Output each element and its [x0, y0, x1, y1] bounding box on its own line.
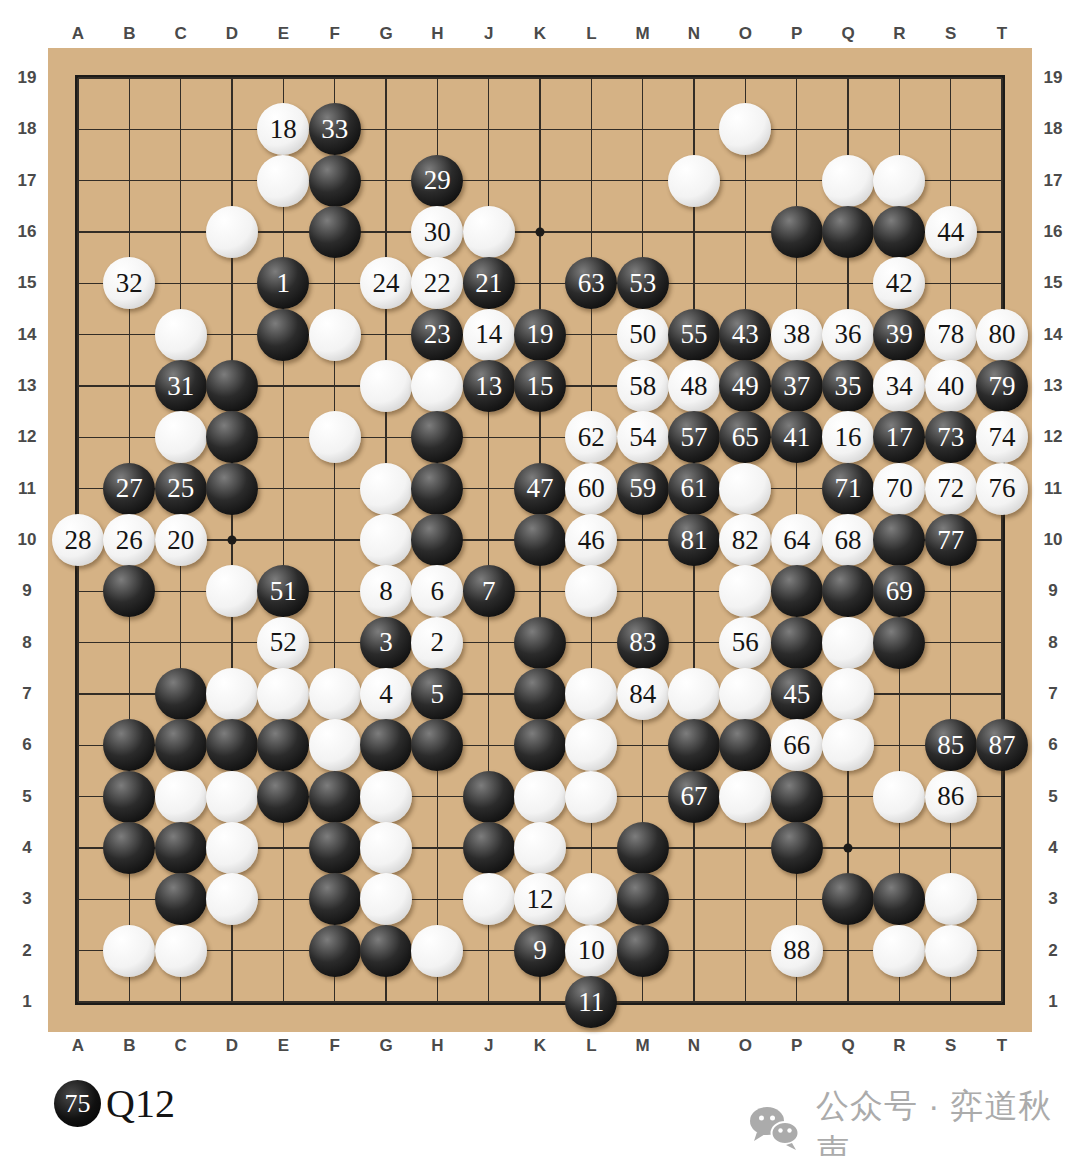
col-label-top-P: P — [791, 24, 802, 44]
stone-number: 32 — [116, 270, 143, 297]
stone-D13 — [206, 360, 258, 412]
kifu-page: 1833293044321242221635342231419505543383… — [0, 0, 1080, 1156]
stone-T6: 87 — [976, 719, 1028, 771]
stone-number: 80 — [989, 321, 1016, 348]
stone-E18: 18 — [257, 103, 309, 155]
stone-B5 — [103, 771, 155, 823]
stone-S16: 44 — [925, 206, 977, 258]
col-label-top-S: S — [945, 24, 956, 44]
row-label-right-10: 10 — [1044, 530, 1063, 550]
stone-Q7 — [822, 668, 874, 720]
stone-P8 — [771, 617, 823, 669]
publisher-watermark: 公众号 · 弈道秋声 — [746, 1084, 1080, 1156]
stone-F16 — [309, 206, 361, 258]
stone-J5 — [463, 771, 515, 823]
stone-O7 — [719, 668, 771, 720]
stone-P14: 38 — [771, 309, 823, 361]
stone-number: 23 — [424, 321, 451, 348]
stone-L1: 11 — [565, 976, 617, 1028]
stone-number: 63 — [578, 270, 605, 297]
stone-E6 — [257, 719, 309, 771]
stone-H14: 23 — [411, 309, 463, 361]
stone-number: 9 — [533, 937, 547, 964]
stone-B15: 32 — [103, 257, 155, 309]
stone-M7: 84 — [617, 668, 669, 720]
row-label-right-14: 14 — [1044, 325, 1063, 345]
row-label-left-9: 9 — [22, 581, 31, 601]
stone-C12 — [155, 411, 207, 463]
row-label-right-18: 18 — [1044, 119, 1063, 139]
row-label-right-17: 17 — [1044, 171, 1063, 191]
col-label-top-K: K — [534, 24, 546, 44]
stone-B10: 26 — [103, 514, 155, 566]
stone-O10: 82 — [719, 514, 771, 566]
col-label-bottom-Q: Q — [841, 1036, 854, 1056]
stone-Q3 — [822, 873, 874, 925]
stone-number: 33 — [321, 116, 348, 143]
stone-Q17 — [822, 155, 874, 207]
stone-F6 — [309, 719, 361, 771]
col-label-top-B: B — [123, 24, 135, 44]
stone-E9: 51 — [257, 565, 309, 617]
stone-D4 — [206, 822, 258, 874]
stone-T11: 76 — [976, 463, 1028, 515]
stone-C2 — [155, 925, 207, 977]
stone-S10: 77 — [925, 514, 977, 566]
stone-G10 — [360, 514, 412, 566]
stone-D9 — [206, 565, 258, 617]
stone-number: 6 — [431, 578, 445, 605]
col-label-bottom-L: L — [586, 1036, 596, 1056]
stone-number: 54 — [629, 424, 656, 451]
col-label-top-L: L — [586, 24, 596, 44]
stone-O13: 49 — [719, 360, 771, 412]
row-label-right-13: 13 — [1044, 376, 1063, 396]
row-label-left-8: 8 — [22, 633, 31, 653]
row-label-right-2: 2 — [1048, 941, 1057, 961]
stone-F18: 33 — [309, 103, 361, 155]
stone-number: 68 — [835, 527, 862, 554]
stone-L3 — [565, 873, 617, 925]
stone-number: 29 — [424, 167, 451, 194]
stone-P16 — [771, 206, 823, 258]
stone-K14: 19 — [514, 309, 566, 361]
stone-S13: 40 — [925, 360, 977, 412]
stone-E14 — [257, 309, 309, 361]
stone-F17 — [309, 155, 361, 207]
stone-S11: 72 — [925, 463, 977, 515]
stone-R14: 39 — [873, 309, 925, 361]
stone-R3 — [873, 873, 925, 925]
stone-Q14: 36 — [822, 309, 874, 361]
stone-F3 — [309, 873, 361, 925]
row-label-right-7: 7 — [1048, 684, 1057, 704]
stone-K7 — [514, 668, 566, 720]
col-label-bottom-E: E — [278, 1036, 289, 1056]
stone-R9: 69 — [873, 565, 925, 617]
stone-N14: 55 — [668, 309, 720, 361]
stone-D11 — [206, 463, 258, 515]
stone-G13 — [360, 360, 412, 412]
stone-O8: 56 — [719, 617, 771, 669]
stone-C4 — [155, 822, 207, 874]
stone-number: 12 — [527, 886, 554, 913]
star-point — [228, 536, 237, 545]
grid-line-horizontal — [78, 1001, 1002, 1003]
col-label-bottom-P: P — [791, 1036, 802, 1056]
col-label-top-T: T — [997, 24, 1007, 44]
stone-number: 66 — [783, 732, 810, 759]
col-label-top-C: C — [175, 24, 187, 44]
stone-Q11: 71 — [822, 463, 874, 515]
stone-D6 — [206, 719, 258, 771]
row-label-left-3: 3 — [22, 889, 31, 909]
col-label-bottom-T: T — [997, 1036, 1007, 1056]
stone-number: 7 — [482, 578, 496, 605]
stone-S3 — [925, 873, 977, 925]
stone-number: 28 — [65, 527, 92, 554]
row-label-left-4: 4 — [22, 838, 31, 858]
col-label-bottom-B: B — [123, 1036, 135, 1056]
stone-number: 26 — [116, 527, 143, 554]
stone-number: 59 — [629, 475, 656, 502]
stone-M12: 54 — [617, 411, 669, 463]
stone-R11: 70 — [873, 463, 925, 515]
stone-J4 — [463, 822, 515, 874]
stone-H10 — [411, 514, 463, 566]
stone-H9: 6 — [411, 565, 463, 617]
stone-M3 — [617, 873, 669, 925]
stone-F4 — [309, 822, 361, 874]
stone-L9 — [565, 565, 617, 617]
stone-number: 64 — [783, 527, 810, 554]
stone-R15: 42 — [873, 257, 925, 309]
stone-P5 — [771, 771, 823, 823]
stone-number: 78 — [937, 321, 964, 348]
stone-number: 50 — [629, 321, 656, 348]
row-label-right-5: 5 — [1048, 787, 1057, 807]
col-label-top-M: M — [636, 24, 650, 44]
stone-number: 67 — [681, 783, 708, 810]
stone-M8: 83 — [617, 617, 669, 669]
row-label-left-12: 12 — [18, 427, 37, 447]
stone-N12: 57 — [668, 411, 720, 463]
stone-S12: 73 — [925, 411, 977, 463]
stone-B9 — [103, 565, 155, 617]
row-label-right-11: 11 — [1044, 479, 1062, 499]
col-label-bottom-A: A — [72, 1036, 84, 1056]
stone-H15: 22 — [411, 257, 463, 309]
stone-K4 — [514, 822, 566, 874]
stone-number: 60 — [578, 475, 605, 502]
stone-number: 88 — [783, 937, 810, 964]
stone-H11 — [411, 463, 463, 515]
stone-E17 — [257, 155, 309, 207]
stone-M2 — [617, 925, 669, 977]
row-label-left-18: 18 — [18, 119, 37, 139]
annotation-point: Q12 — [106, 1084, 175, 1124]
col-label-bottom-J: J — [484, 1036, 493, 1056]
stone-H13 — [411, 360, 463, 412]
stone-G2 — [360, 925, 412, 977]
row-label-right-6: 6 — [1048, 735, 1057, 755]
stone-number: 71 — [835, 475, 862, 502]
stone-O14: 43 — [719, 309, 771, 361]
stone-B6 — [103, 719, 155, 771]
stone-M13: 58 — [617, 360, 669, 412]
row-label-right-19: 19 — [1044, 68, 1063, 88]
stone-P13: 37 — [771, 360, 823, 412]
stone-number: 77 — [937, 527, 964, 554]
stone-number: 61 — [681, 475, 708, 502]
stone-N13: 48 — [668, 360, 720, 412]
col-label-top-F: F — [329, 24, 339, 44]
stone-number: 57 — [681, 424, 708, 451]
stone-number: 39 — [886, 321, 913, 348]
stone-Q12: 16 — [822, 411, 874, 463]
col-label-top-J: J — [484, 24, 493, 44]
stone-L7 — [565, 668, 617, 720]
stone-L5 — [565, 771, 617, 823]
stone-G6 — [360, 719, 412, 771]
col-label-top-R: R — [893, 24, 905, 44]
stone-number: 20 — [167, 527, 194, 554]
stone-K5 — [514, 771, 566, 823]
row-label-right-3: 3 — [1048, 889, 1057, 909]
stone-number: 10 — [578, 937, 605, 964]
stone-F5 — [309, 771, 361, 823]
col-label-bottom-D: D — [226, 1036, 238, 1056]
stone-N6 — [668, 719, 720, 771]
stone-number: 14 — [475, 321, 502, 348]
stone-number: 62 — [578, 424, 605, 451]
stone-R13: 34 — [873, 360, 925, 412]
stone-F12 — [309, 411, 361, 463]
row-label-left-16: 16 — [18, 222, 37, 242]
stone-J15: 21 — [463, 257, 515, 309]
wechat-icon — [746, 1104, 804, 1154]
stone-T13: 79 — [976, 360, 1028, 412]
stone-E15: 1 — [257, 257, 309, 309]
stone-K6 — [514, 719, 566, 771]
stone-number: 16 — [835, 424, 862, 451]
col-label-bottom-G: G — [379, 1036, 392, 1056]
row-label-right-8: 8 — [1048, 633, 1057, 653]
stone-G5 — [360, 771, 412, 823]
row-label-left-1: 1 — [22, 992, 31, 1012]
stone-D16 — [206, 206, 258, 258]
stone-G15: 24 — [360, 257, 412, 309]
stone-C13: 31 — [155, 360, 207, 412]
col-label-top-H: H — [431, 24, 443, 44]
row-label-left-2: 2 — [22, 941, 31, 961]
stone-C11: 25 — [155, 463, 207, 515]
stone-N11: 61 — [668, 463, 720, 515]
stone-number: 79 — [989, 373, 1016, 400]
stone-P2: 88 — [771, 925, 823, 977]
col-label-bottom-O: O — [739, 1036, 752, 1056]
col-label-bottom-F: F — [329, 1036, 339, 1056]
stone-number: 11 — [578, 989, 604, 1016]
stone-number: 41 — [783, 424, 810, 451]
grid-line-vertical — [1001, 78, 1003, 1002]
stone-number: 37 — [783, 373, 810, 400]
stone-Q16 — [822, 206, 874, 258]
col-label-top-G: G — [379, 24, 392, 44]
stone-D5 — [206, 771, 258, 823]
stone-R10 — [873, 514, 925, 566]
stone-number: 3 — [379, 629, 393, 656]
row-label-left-15: 15 — [18, 273, 37, 293]
stone-F2 — [309, 925, 361, 977]
stone-number: 18 — [270, 116, 297, 143]
stone-G11 — [360, 463, 412, 515]
stone-H17: 29 — [411, 155, 463, 207]
stone-N5: 67 — [668, 771, 720, 823]
stone-G4 — [360, 822, 412, 874]
stone-L10: 46 — [565, 514, 617, 566]
col-label-bottom-M: M — [636, 1036, 650, 1056]
row-label-right-15: 15 — [1044, 273, 1063, 293]
stone-number: 52 — [270, 629, 297, 656]
stone-number: 34 — [886, 373, 913, 400]
stone-number: 83 — [629, 629, 656, 656]
stone-H12 — [411, 411, 463, 463]
publisher-name: 公众号 · 弈道秋声 — [816, 1084, 1080, 1156]
stone-number: 58 — [629, 373, 656, 400]
stone-number: 69 — [886, 578, 913, 605]
col-label-bottom-N: N — [688, 1036, 700, 1056]
stone-H8: 2 — [411, 617, 463, 669]
stone-P4 — [771, 822, 823, 874]
stone-number: 87 — [989, 732, 1016, 759]
stone-number: 35 — [835, 373, 862, 400]
stone-K8 — [514, 617, 566, 669]
stone-C5 — [155, 771, 207, 823]
stone-F14 — [309, 309, 361, 361]
stone-number: 81 — [681, 527, 708, 554]
annotation-stone-number: 75 — [65, 1091, 91, 1117]
stone-Q9 — [822, 565, 874, 617]
stone-P7: 45 — [771, 668, 823, 720]
stone-D12 — [206, 411, 258, 463]
stone-P9 — [771, 565, 823, 617]
stone-number: 36 — [835, 321, 862, 348]
stone-Q6 — [822, 719, 874, 771]
stone-C3 — [155, 873, 207, 925]
stone-number: 4 — [379, 681, 393, 708]
stone-R17 — [873, 155, 925, 207]
row-label-right-12: 12 — [1044, 427, 1063, 447]
stone-number: 45 — [783, 681, 810, 708]
stone-C14 — [155, 309, 207, 361]
stone-M14: 50 — [617, 309, 669, 361]
stone-K10 — [514, 514, 566, 566]
stone-number: 56 — [732, 629, 759, 656]
stone-O11 — [719, 463, 771, 515]
col-label-top-O: O — [739, 24, 752, 44]
stone-J9: 7 — [463, 565, 515, 617]
stone-number: 42 — [886, 270, 913, 297]
stone-S14: 78 — [925, 309, 977, 361]
stone-number: 73 — [937, 424, 964, 451]
stone-B4 — [103, 822, 155, 874]
stone-Q10: 68 — [822, 514, 874, 566]
stone-A10: 28 — [52, 514, 104, 566]
stone-number: 17 — [886, 424, 913, 451]
row-label-left-7: 7 — [22, 684, 31, 704]
stone-number: 25 — [167, 475, 194, 502]
stone-L15: 63 — [565, 257, 617, 309]
stone-O12: 65 — [719, 411, 771, 463]
stone-D7 — [206, 668, 258, 720]
stone-number: 49 — [732, 373, 759, 400]
move-annotation: 75 Q12 — [54, 1080, 175, 1127]
row-label-right-4: 4 — [1048, 838, 1057, 858]
stone-number: 21 — [475, 270, 502, 297]
stone-R16 — [873, 206, 925, 258]
stone-N17 — [668, 155, 720, 207]
stone-number: 27 — [116, 475, 143, 502]
row-label-left-6: 6 — [22, 735, 31, 755]
row-label-left-13: 13 — [18, 376, 37, 396]
stone-H6 — [411, 719, 463, 771]
stone-L6 — [565, 719, 617, 771]
stone-J14: 14 — [463, 309, 515, 361]
row-label-left-14: 14 — [18, 325, 37, 345]
col-label-bottom-H: H — [431, 1036, 443, 1056]
stone-P10: 64 — [771, 514, 823, 566]
stone-E8: 52 — [257, 617, 309, 669]
stone-O5 — [719, 771, 771, 823]
stone-E7 — [257, 668, 309, 720]
stone-H2 — [411, 925, 463, 977]
col-label-bottom-S: S — [945, 1036, 956, 1056]
stone-number: 40 — [937, 373, 964, 400]
annotation-stone: 75 — [54, 1080, 101, 1127]
stone-number: 8 — [379, 578, 393, 605]
stone-O6 — [719, 719, 771, 771]
stone-K2: 9 — [514, 925, 566, 977]
stone-M15: 53 — [617, 257, 669, 309]
stone-number: 44 — [937, 219, 964, 246]
stone-number: 86 — [937, 783, 964, 810]
stone-P6: 66 — [771, 719, 823, 771]
stone-number: 5 — [431, 681, 445, 708]
stone-number: 74 — [989, 424, 1016, 451]
stone-L2: 10 — [565, 925, 617, 977]
stone-L11: 60 — [565, 463, 617, 515]
row-label-right-16: 16 — [1044, 222, 1063, 242]
stone-N7 — [668, 668, 720, 720]
stone-number: 55 — [681, 321, 708, 348]
stone-C6 — [155, 719, 207, 771]
col-label-top-D: D — [226, 24, 238, 44]
stone-K3: 12 — [514, 873, 566, 925]
stone-F7 — [309, 668, 361, 720]
stone-Q13: 35 — [822, 360, 874, 412]
stone-S5: 86 — [925, 771, 977, 823]
row-label-right-1: 1 — [1048, 992, 1057, 1012]
stone-L12: 62 — [565, 411, 617, 463]
stone-S6: 85 — [925, 719, 977, 771]
stone-R2 — [873, 925, 925, 977]
stone-G7: 4 — [360, 668, 412, 720]
stone-D3 — [206, 873, 258, 925]
stone-P12: 41 — [771, 411, 823, 463]
stone-number: 38 — [783, 321, 810, 348]
stone-O18 — [719, 103, 771, 155]
